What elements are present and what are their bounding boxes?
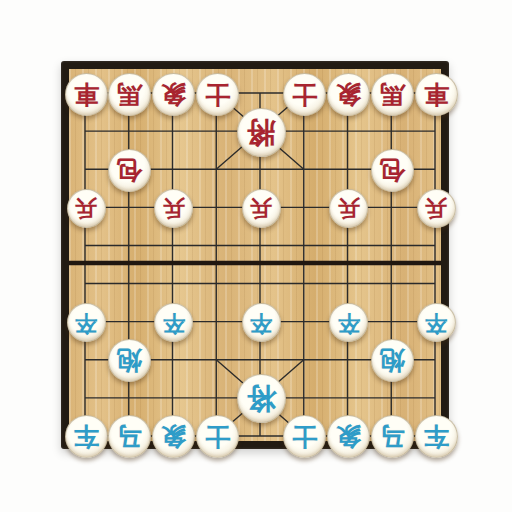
- piece-character: 车: [424, 424, 449, 449]
- piece-blue-elephant[interactable]: 象: [327, 415, 370, 458]
- piece-blue-elephant[interactable]: 象: [152, 415, 195, 458]
- piece-character: 卒: [163, 312, 185, 334]
- piece-red-cannon[interactable]: 包: [371, 149, 414, 192]
- piece-character: 車: [74, 82, 99, 107]
- piece-red-soldier[interactable]: 兵: [329, 189, 368, 228]
- piece-character: 象: [336, 424, 361, 449]
- piece-character: 兵: [163, 197, 185, 219]
- piece-blue-soldier[interactable]: 卒: [329, 303, 368, 342]
- piece-character: 士: [292, 424, 317, 449]
- piece-red-cannon[interactable]: 包: [108, 149, 151, 192]
- piece-character: 車: [424, 82, 449, 107]
- piece-character: 炮: [117, 348, 142, 373]
- piece-red-general[interactable]: 將: [237, 108, 286, 157]
- piece-blue-cannon[interactable]: 炮: [108, 339, 151, 382]
- piece-character: 馬: [380, 82, 405, 107]
- piece-character: 卒: [75, 312, 97, 334]
- photo-canvas: 車馬象士士象馬車將包包兵兵兵兵兵卒卒卒卒卒炮炮将车马象士士象马车: [0, 0, 512, 512]
- piece-character: 马: [117, 424, 142, 449]
- piece-blue-advisor[interactable]: 士: [196, 415, 239, 458]
- piece-blue-advisor[interactable]: 士: [283, 415, 326, 458]
- piece-red-advisor[interactable]: 士: [196, 73, 239, 116]
- piece-character: 将: [247, 384, 276, 413]
- piece-blue-chariot[interactable]: 车: [65, 415, 108, 458]
- piece-red-elephant[interactable]: 象: [327, 73, 370, 116]
- piece-blue-soldier[interactable]: 卒: [67, 303, 106, 342]
- piece-blue-horse[interactable]: 马: [371, 415, 414, 458]
- piece-blue-cannon[interactable]: 炮: [371, 339, 414, 382]
- piece-character: 將: [247, 118, 276, 147]
- piece-red-elephant[interactable]: 象: [152, 73, 195, 116]
- piece-character: 兵: [250, 197, 272, 219]
- piece-blue-soldier[interactable]: 卒: [154, 303, 193, 342]
- piece-blue-soldier[interactable]: 卒: [417, 303, 456, 342]
- piece-character: 马: [380, 424, 405, 449]
- pieces-layer: 車馬象士士象馬車將包包兵兵兵兵兵卒卒卒卒卒炮炮将车马象士士象马车: [0, 0, 512, 512]
- piece-character: 车: [74, 424, 99, 449]
- piece-red-horse[interactable]: 馬: [371, 73, 414, 116]
- piece-character: 士: [205, 424, 230, 449]
- piece-red-soldier[interactable]: 兵: [242, 189, 281, 228]
- piece-character: 象: [336, 82, 361, 107]
- piece-character: 士: [292, 82, 317, 107]
- piece-red-chariot[interactable]: 車: [65, 73, 108, 116]
- piece-red-advisor[interactable]: 士: [283, 73, 326, 116]
- piece-blue-chariot[interactable]: 车: [415, 415, 458, 458]
- piece-red-horse[interactable]: 馬: [108, 73, 151, 116]
- piece-red-soldier[interactable]: 兵: [67, 189, 106, 228]
- piece-character: 兵: [75, 197, 97, 219]
- piece-character: 卒: [250, 312, 272, 334]
- piece-character: 包: [380, 158, 405, 183]
- piece-red-chariot[interactable]: 車: [415, 73, 458, 116]
- piece-character: 象: [161, 82, 186, 107]
- piece-character: 士: [205, 82, 230, 107]
- piece-character: 包: [117, 158, 142, 183]
- piece-red-soldier[interactable]: 兵: [417, 189, 456, 228]
- piece-red-soldier[interactable]: 兵: [154, 189, 193, 228]
- piece-character: 兵: [425, 197, 447, 219]
- piece-character: 象: [161, 424, 186, 449]
- piece-character: 馬: [117, 82, 142, 107]
- piece-character: 卒: [338, 312, 360, 334]
- piece-character: 兵: [338, 197, 360, 219]
- piece-character: 炮: [380, 348, 405, 373]
- piece-character: 卒: [425, 312, 447, 334]
- piece-blue-horse[interactable]: 马: [108, 415, 151, 458]
- piece-blue-general[interactable]: 将: [237, 374, 286, 423]
- piece-blue-soldier[interactable]: 卒: [242, 303, 281, 342]
